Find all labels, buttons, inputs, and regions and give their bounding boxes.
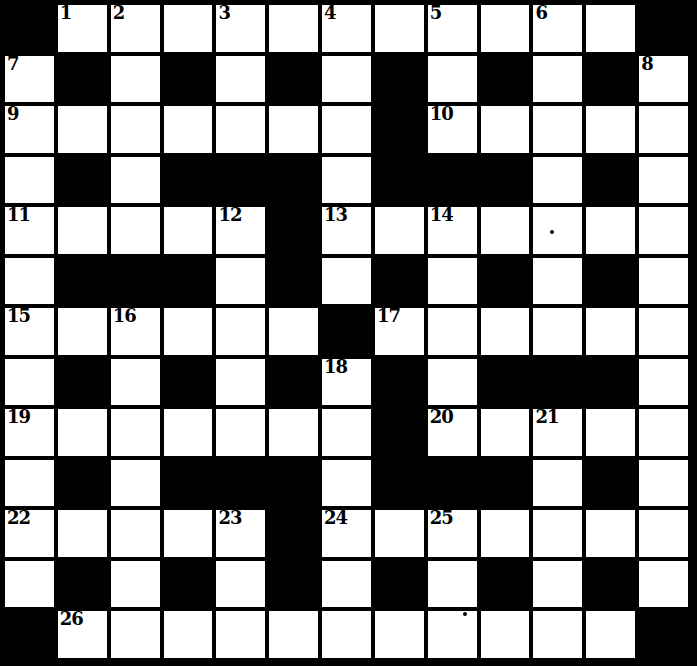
cell-r6c10[interactable] [533,308,582,355]
block-r0c0 [5,5,54,52]
block-r3c4 [216,157,265,204]
cell-r0c11[interactable] [586,5,635,52]
cell-r12c4[interactable] [216,611,265,658]
clue-number-26: 26 [60,610,83,629]
cell-r6c0[interactable]: 15 [5,308,54,355]
cell-r2c3[interactable] [164,106,213,153]
clue-number-17: 17 [377,307,400,326]
block-r7c1 [58,359,107,406]
cell-r11c2[interactable] [111,561,160,608]
block-r1c1 [58,56,107,103]
cell-r6c7[interactable]: 17 [375,308,424,355]
cell-r2c12[interactable] [639,106,688,153]
cell-r12c11[interactable] [586,611,635,658]
cell-r4c7[interactable] [375,207,424,254]
cell-r2c2[interactable] [111,106,160,153]
cell-r2c0[interactable]: 9 [5,106,54,153]
block-r3c1 [58,157,107,204]
cell-r2c10[interactable] [533,106,582,153]
block-r5c7 [375,258,424,305]
cell-r0c6[interactable]: 4 [322,5,371,52]
block-r11c9 [481,561,530,608]
cell-r10c3[interactable] [164,510,213,557]
cell-r6c11[interactable] [586,308,635,355]
cell-r11c8[interactable] [428,561,477,608]
cell-r12c3[interactable] [164,611,213,658]
cell-r5c12[interactable] [639,258,688,305]
block-r11c7 [375,561,424,608]
clue-number-3: 3 [218,4,230,23]
cell-r0c3[interactable] [164,5,213,52]
block-r7c7 [375,359,424,406]
clue-number-18: 18 [324,358,347,377]
cell-r6c12[interactable] [639,308,688,355]
clue-number-6: 6 [535,4,547,23]
cell-r1c2[interactable] [111,56,160,103]
cell-r10c2[interactable] [111,510,160,557]
cell-r4c4[interactable]: 12 [216,207,265,254]
block-r5c3 [164,258,213,305]
cell-r10c0[interactable]: 22 [5,510,54,557]
cell-r2c11[interactable] [586,106,635,153]
cell-r12c10[interactable] [533,611,582,658]
cell-r8c9[interactable] [481,409,530,456]
cell-r2c9[interactable] [481,106,530,153]
cell-r7c2[interactable] [111,359,160,406]
cell-r8c3[interactable] [164,409,213,456]
cell-r4c2[interactable] [111,207,160,254]
clue-number-10: 10 [430,105,453,124]
cell-r8c6[interactable] [322,409,371,456]
clue-number-22: 22 [7,509,30,528]
cell-r3c6[interactable] [322,157,371,204]
block-r7c11 [586,359,635,406]
block-r11c11 [586,561,635,608]
block-r5c11 [586,258,635,305]
cell-r8c0[interactable]: 19 [5,409,54,456]
block-r7c10 [533,359,582,406]
block-r8c7 [375,409,424,456]
cell-r9c2[interactable] [111,460,160,507]
cell-r0c2[interactable]: 2 [111,5,160,52]
cell-r8c2[interactable] [111,409,160,456]
cell-r9c10[interactable] [533,460,582,507]
block-r3c9 [481,157,530,204]
cell-r8c8[interactable]: 20 [428,409,477,456]
clue-number-25: 25 [430,509,453,528]
cell-r4c3[interactable] [164,207,213,254]
cell-r10c7[interactable] [375,510,424,557]
cell-r12c9[interactable] [481,611,530,658]
clue-number-16: 16 [113,307,136,326]
cell-r10c10[interactable] [533,510,582,557]
cell-r0c7[interactable] [375,5,424,52]
block-r6c6 [322,308,371,355]
clue-number-24: 24 [324,509,347,528]
cell-r11c0[interactable] [5,561,54,608]
cell-r0c4[interactable]: 3 [216,5,265,52]
cell-r11c4[interactable] [216,561,265,608]
cell-r6c2[interactable]: 16 [111,308,160,355]
cell-r11c10[interactable] [533,561,582,608]
cell-r8c10[interactable]: 21 [533,409,582,456]
clue-number-20: 20 [430,408,453,427]
cell-r8c5[interactable] [269,409,318,456]
block-r11c3 [164,561,213,608]
block-r9c1 [58,460,107,507]
block-r9c4 [216,460,265,507]
block-r9c9 [481,460,530,507]
block-r5c5 [269,258,318,305]
cell-r10c9[interactable] [481,510,530,557]
cell-r2c4[interactable] [216,106,265,153]
cell-r4c9[interactable] [481,207,530,254]
cell-r12c5[interactable] [269,611,318,658]
block-r3c7 [375,157,424,204]
block-r0c12 [639,5,688,52]
cell-r6c5[interactable] [269,308,318,355]
block-r3c3 [164,157,213,204]
cell-r6c9[interactable] [481,308,530,355]
block-r1c11 [586,56,635,103]
block-r9c7 [375,460,424,507]
cell-r1c4[interactable] [216,56,265,103]
cell-r8c4[interactable] [216,409,265,456]
cell-r5c8[interactable] [428,258,477,305]
block-r12c12 [639,611,688,658]
block-r3c8 [428,157,477,204]
block-r3c11 [586,157,635,204]
block-r1c3 [164,56,213,103]
crossword-board: 1234567891011121314151617181920212223242… [0,0,697,666]
block-r9c3 [164,460,213,507]
cell-r6c1[interactable] [58,308,107,355]
cell-r9c6[interactable] [322,460,371,507]
block-r12c0 [5,611,54,658]
cell-r7c6[interactable]: 18 [322,359,371,406]
clue-number-7: 7 [7,55,19,74]
clue-number-12: 12 [218,206,241,225]
clue-number-19: 19 [7,408,30,427]
ink-speck [463,612,467,616]
cell-r2c1[interactable] [58,106,107,153]
cell-r6c8[interactable] [428,308,477,355]
clue-number-1: 1 [60,4,72,23]
cell-r3c0[interactable] [5,157,54,204]
cell-r5c6[interactable] [322,258,371,305]
cell-r2c5[interactable] [269,106,318,153]
cell-r0c9[interactable] [481,5,530,52]
cell-r11c12[interactable] [639,561,688,608]
block-r5c1 [58,258,107,305]
clue-number-14: 14 [430,206,453,225]
cell-r6c4[interactable] [216,308,265,355]
block-r4c5 [269,207,318,254]
cell-r4c1[interactable] [58,207,107,254]
clue-number-8: 8 [641,55,653,74]
cell-r12c2[interactable] [111,611,160,658]
cell-r10c12[interactable] [639,510,688,557]
cell-r12c6[interactable] [322,611,371,658]
cell-r8c1[interactable] [58,409,107,456]
cell-r4c10[interactable] [533,207,582,254]
block-r7c5 [269,359,318,406]
block-r9c5 [269,460,318,507]
cell-r10c8[interactable]: 25 [428,510,477,557]
cell-r9c0[interactable] [5,460,54,507]
clue-number-13: 13 [324,206,347,225]
cell-r12c7[interactable] [375,611,424,658]
cell-r7c0[interactable] [5,359,54,406]
cell-r4c6[interactable]: 13 [322,207,371,254]
cell-r10c11[interactable] [586,510,635,557]
clue-number-9: 9 [7,105,19,124]
cell-r7c12[interactable] [639,359,688,406]
cell-r4c11[interactable] [586,207,635,254]
cell-r2c6[interactable] [322,106,371,153]
cell-r4c8[interactable]: 14 [428,207,477,254]
clue-number-11: 11 [7,206,30,225]
block-r2c7 [375,106,424,153]
block-r7c9 [481,359,530,406]
cell-r1c8[interactable] [428,56,477,103]
clue-number-21: 21 [535,408,558,427]
cell-r3c10[interactable] [533,157,582,204]
cell-r2c8[interactable]: 10 [428,106,477,153]
clue-number-2: 2 [113,4,125,23]
cell-r0c10[interactable]: 6 [533,5,582,52]
cell-r5c10[interactable] [533,258,582,305]
cell-r3c12[interactable] [639,157,688,204]
cell-r0c8[interactable]: 5 [428,5,477,52]
cell-r12c8[interactable] [428,611,477,658]
cell-r4c0[interactable]: 11 [5,207,54,254]
cell-r7c4[interactable] [216,359,265,406]
cell-r8c12[interactable] [639,409,688,456]
block-r1c5 [269,56,318,103]
cell-r11c6[interactable] [322,561,371,608]
cell-r10c4[interactable]: 23 [216,510,265,557]
block-r7c3 [164,359,213,406]
cell-r3c2[interactable] [111,157,160,204]
block-r11c5 [269,561,318,608]
cell-r0c1[interactable]: 1 [58,5,107,52]
cell-r12c1[interactable]: 26 [58,611,107,658]
block-r3c5 [269,157,318,204]
cell-r6c3[interactable] [164,308,213,355]
block-r1c7 [375,56,424,103]
clue-number-4: 4 [324,4,336,23]
cell-r1c10[interactable] [533,56,582,103]
cell-r4c12[interactable] [639,207,688,254]
block-r1c9 [481,56,530,103]
cell-r1c0[interactable]: 7 [5,56,54,103]
block-r5c2 [111,258,160,305]
block-r10c5 [269,510,318,557]
cell-r1c6[interactable] [322,56,371,103]
block-r5c9 [481,258,530,305]
cell-r10c1[interactable] [58,510,107,557]
clue-number-5: 5 [430,4,442,23]
ink-speck [550,230,554,234]
cell-r5c0[interactable] [5,258,54,305]
block-r9c11 [586,460,635,507]
cell-r8c11[interactable] [586,409,635,456]
cell-r10c6[interactable]: 24 [322,510,371,557]
clue-number-15: 15 [7,307,30,326]
block-r11c1 [58,561,107,608]
cell-r5c4[interactable] [216,258,265,305]
clue-number-23: 23 [218,509,241,528]
cell-r0c5[interactable] [269,5,318,52]
cell-r7c8[interactable] [428,359,477,406]
block-r9c8 [428,460,477,507]
cell-r9c12[interactable] [639,460,688,507]
cell-r1c12[interactable]: 8 [639,56,688,103]
